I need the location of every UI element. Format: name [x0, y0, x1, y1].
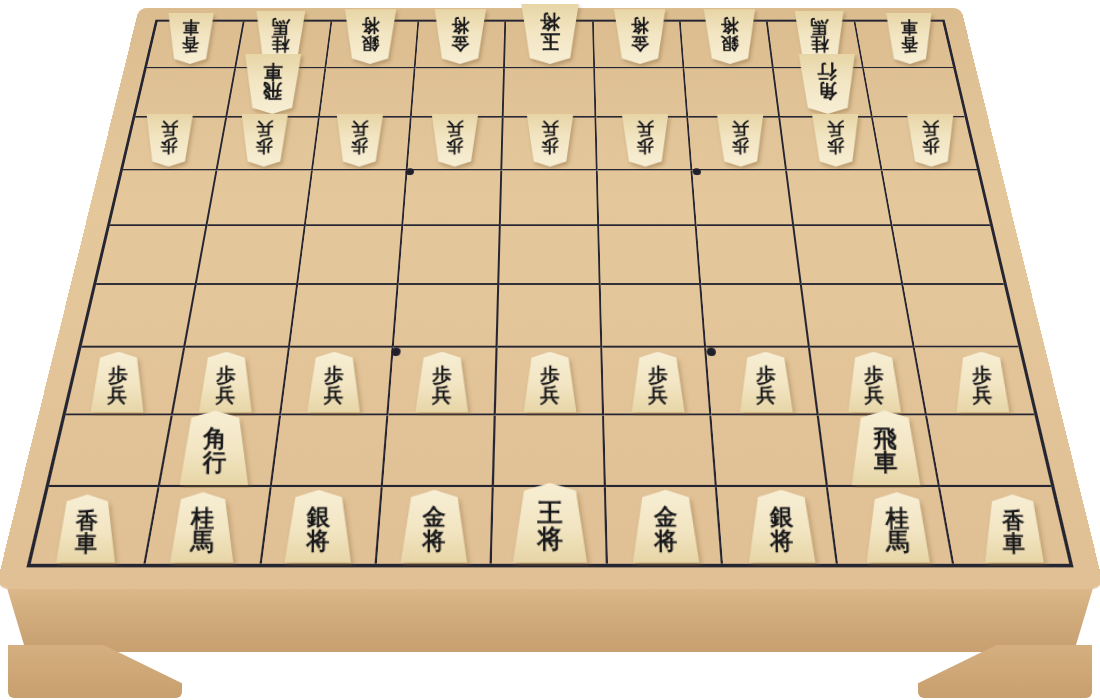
- shogi-board: 香車桂馬銀将金将玉将金将銀将桂馬香車飛車角行歩兵歩兵歩兵歩兵歩兵歩兵歩兵歩兵歩兵…: [0, 0, 1100, 700]
- board-cell[interactable]: [688, 118, 787, 170]
- board-cell[interactable]: [711, 415, 828, 487]
- board-cell[interactable]: [774, 68, 873, 117]
- board-cell[interactable]: [781, 118, 883, 170]
- board-foot-right: [918, 645, 1092, 698]
- shogi-grid: [26, 20, 1073, 568]
- board-cell[interactable]: [96, 226, 208, 285]
- board-cell[interactable]: [882, 170, 990, 226]
- board-cell[interactable]: [298, 226, 404, 285]
- board-cell[interactable]: [787, 170, 892, 226]
- board-cell[interactable]: [394, 285, 500, 348]
- board-cell[interactable]: [768, 22, 864, 69]
- board-cell[interactable]: [892, 226, 1004, 285]
- board-cell[interactable]: [123, 118, 227, 170]
- board-cell[interactable]: [600, 285, 706, 348]
- board-cell[interactable]: [81, 285, 197, 348]
- board-foot-left: [8, 645, 182, 698]
- board-cell[interactable]: [281, 348, 394, 415]
- board-cell[interactable]: [828, 487, 953, 564]
- board-cell[interactable]: [684, 68, 780, 117]
- board-cell[interactable]: [262, 487, 383, 564]
- board-cell[interactable]: [319, 68, 415, 117]
- board-cell[interactable]: [706, 348, 819, 415]
- board-cell[interactable]: [701, 285, 810, 348]
- board-cell[interactable]: [501, 170, 599, 226]
- board-cell[interactable]: [873, 118, 977, 170]
- board-cell[interactable]: [602, 348, 711, 415]
- board-cell[interactable]: [500, 226, 601, 285]
- board-cell[interactable]: [272, 415, 389, 487]
- board-cell[interactable]: [49, 415, 173, 487]
- board-cell[interactable]: [227, 68, 326, 117]
- board-cell[interactable]: [594, 22, 685, 69]
- board-cell[interactable]: [66, 348, 186, 415]
- board-cell[interactable]: [505, 22, 595, 69]
- board-cell[interactable]: [383, 415, 496, 487]
- board-cell[interactable]: [416, 22, 507, 69]
- board-cell[interactable]: [903, 285, 1019, 348]
- board-cell[interactable]: [681, 22, 774, 69]
- board-cell[interactable]: [810, 348, 926, 415]
- board-cell[interactable]: [595, 68, 689, 117]
- board-cell[interactable]: [399, 226, 501, 285]
- board-cell[interactable]: [604, 415, 717, 487]
- board-cell[interactable]: [160, 415, 281, 487]
- board-cell[interactable]: [494, 415, 605, 487]
- board-surface: 香車桂馬銀将金将玉将金将銀将桂馬香車飛車角行歩兵歩兵歩兵歩兵歩兵歩兵歩兵歩兵歩兵…: [0, 8, 1100, 589]
- board-cell[interactable]: [692, 170, 794, 226]
- board-cell[interactable]: [185, 285, 297, 348]
- board-cell[interactable]: [915, 348, 1035, 415]
- board-cell[interactable]: [197, 226, 306, 285]
- board-cell[interactable]: [236, 22, 332, 69]
- board-cell[interactable]: [173, 348, 289, 415]
- board-front-edge: [2, 586, 1098, 652]
- board-cell[interactable]: [503, 118, 598, 170]
- board-cell[interactable]: [208, 170, 313, 226]
- board-cell[interactable]: [408, 118, 504, 170]
- board-cell[interactable]: [147, 22, 245, 69]
- board-cell[interactable]: [606, 487, 723, 564]
- board-cell[interactable]: [498, 285, 602, 348]
- board-cell[interactable]: [377, 487, 494, 564]
- board-cell[interactable]: [802, 285, 914, 348]
- board-cell[interactable]: [864, 68, 965, 117]
- board-cell[interactable]: [697, 226, 802, 285]
- board-cell[interactable]: [403, 170, 502, 226]
- board-cell[interactable]: [496, 348, 604, 415]
- board-cell[interactable]: [110, 170, 218, 226]
- board-cell[interactable]: [717, 487, 838, 564]
- board-cell[interactable]: [855, 22, 953, 69]
- board-cell[interactable]: [290, 285, 399, 348]
- board-cell[interactable]: [599, 226, 701, 285]
- board-cell[interactable]: [927, 415, 1051, 487]
- board-cell[interactable]: [597, 170, 696, 226]
- board-cell[interactable]: [795, 226, 904, 285]
- board-cell[interactable]: [412, 68, 505, 117]
- board-cell[interactable]: [218, 118, 320, 170]
- board-cell[interactable]: [504, 68, 596, 117]
- board-cell[interactable]: [146, 487, 271, 564]
- board-cell[interactable]: [135, 68, 236, 117]
- board-cell[interactable]: [596, 118, 692, 170]
- board-cell[interactable]: [326, 22, 419, 69]
- board-cell[interactable]: [389, 348, 498, 415]
- board-cell[interactable]: [940, 487, 1069, 564]
- board-cell[interactable]: [819, 415, 940, 487]
- board-cell[interactable]: [305, 170, 407, 226]
- board-cell[interactable]: [31, 487, 160, 564]
- board-cell[interactable]: [492, 487, 607, 564]
- board-cell[interactable]: [313, 118, 412, 170]
